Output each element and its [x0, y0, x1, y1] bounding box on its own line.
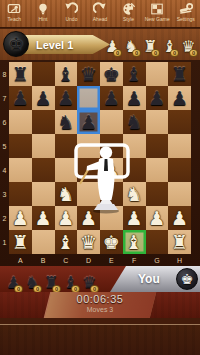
style-label: Style: [123, 16, 134, 23]
piece-black-pawn: ♟: [171, 89, 188, 108]
rank-label-2: 2: [0, 206, 9, 230]
toolbar: Teach Hint Undo Ahead: [0, 0, 200, 27]
file-label-d: D: [77, 254, 100, 266]
square-d1[interactable]: ♛: [77, 230, 100, 254]
captured-white-pieces-tray: ♟0♞0♜0♝0♛0: [103, 31, 198, 59]
square-f4[interactable]: [123, 158, 146, 182]
undo-button[interactable]: Undo: [57, 2, 86, 23]
square-e3[interactable]: [100, 182, 123, 206]
square-c6[interactable]: ♞: [55, 110, 78, 134]
file-label-h: H: [168, 254, 191, 266]
square-b5[interactable]: [32, 134, 55, 158]
hint-button[interactable]: Hint: [29, 2, 58, 23]
piece-black-rook: ♜: [12, 65, 29, 84]
piece-black-pawn: ♟: [12, 89, 29, 108]
captured-count-badge: 0: [170, 49, 179, 57]
square-e4[interactable]: ♟: [100, 158, 123, 182]
piece-black-pawn: ♟: [148, 89, 165, 108]
square-b1[interactable]: [32, 230, 55, 254]
file-label-f: F: [123, 254, 146, 266]
square-b6[interactable]: [32, 110, 55, 134]
square-d8[interactable]: ♛: [77, 62, 100, 86]
square-e5[interactable]: [100, 134, 123, 158]
piece-black-knight: ♞: [126, 113, 143, 132]
rank-label-3: 3: [0, 182, 9, 206]
square-c3[interactable]: ♞: [55, 182, 78, 206]
new-game-icon: [150, 2, 164, 16]
piece-white-rook: ♜: [12, 233, 29, 252]
piece-white-rook: ♜: [171, 233, 188, 252]
piece-black-pawn: ♟: [57, 89, 74, 108]
piece-white-pawn: ♟: [35, 209, 52, 228]
square-d4[interactable]: [77, 158, 100, 182]
style-icon: [122, 2, 136, 16]
square-g8[interactable]: [146, 62, 169, 86]
square-h8[interactable]: ♜: [168, 62, 191, 86]
player-avatar: ♚: [176, 268, 198, 290]
white-king-avatar-icon: ♚: [181, 272, 194, 286]
piece-black-knight: ♞: [57, 113, 74, 132]
square-d7[interactable]: [77, 86, 100, 110]
square-d2[interactable]: ♟: [77, 206, 100, 230]
opponent-avatar: ♚: [3, 31, 29, 57]
square-c5[interactable]: [55, 134, 78, 158]
file-label-g: G: [146, 254, 169, 266]
piece-black-pawn: ♟: [80, 113, 97, 132]
piece-white-pawn: ♟: [171, 209, 188, 228]
square-c2[interactable]: ♟: [55, 206, 78, 230]
square-h4[interactable]: [168, 158, 191, 182]
piece-black-queen: ♛: [80, 65, 97, 84]
rank-label-5: 5: [0, 134, 9, 158]
captured-white-knight: ♞0: [122, 34, 141, 59]
square-e1[interactable]: ♚: [100, 230, 123, 254]
captured-white-queen: ♛0: [179, 34, 198, 59]
rank-label-6: 6: [0, 110, 9, 134]
rank-labels: 87654321: [0, 62, 9, 254]
square-g6[interactable]: [146, 110, 169, 134]
player-bar: ♟0♞0♜0♝0♛0 You ♚: [0, 266, 200, 292]
captured-white-rook: ♜0: [141, 34, 160, 59]
piece-black-bishop: ♝: [126, 65, 143, 84]
chess-board: 87654321 ♜♝♛♚♝♜♟♟♟♟♟♟♟♞♟♞♟♞♞♟♟♟♟♟♟♟♜♝♛♚♝…: [0, 60, 200, 266]
square-f5[interactable]: [123, 134, 146, 158]
square-f7[interactable]: ♟: [123, 86, 146, 110]
captured-white-bishop: ♝0: [160, 34, 179, 59]
square-g5[interactable]: [146, 134, 169, 158]
black-king-avatar-icon: ♚: [8, 36, 23, 53]
square-g4[interactable]: [146, 158, 169, 182]
square-b4[interactable]: [32, 158, 55, 182]
hint-icon: [36, 2, 50, 16]
captured-black-pieces-tray: ♟0♞0♜0♝0♛0: [4, 267, 99, 295]
square-h1[interactable]: ♜: [168, 230, 191, 254]
square-e2[interactable]: [100, 206, 123, 230]
square-f8[interactable]: ♝: [123, 62, 146, 86]
undo-icon: [64, 2, 78, 16]
ahead-icon: [93, 2, 107, 16]
status-bar: 00:06:35 Moves 3: [0, 292, 200, 318]
piece-white-pawn: ♟: [126, 209, 143, 228]
captured-count-badge: 0: [132, 49, 141, 57]
square-d5[interactable]: [77, 134, 100, 158]
square-d3[interactable]: [77, 182, 100, 206]
square-c7[interactable]: ♟: [55, 86, 78, 110]
square-h7[interactable]: ♟: [168, 86, 191, 110]
move-counter: Moves 3: [0, 305, 200, 314]
square-c1[interactable]: ♝: [55, 230, 78, 254]
square-b8[interactable]: [32, 62, 55, 86]
undo-label: Undo: [65, 16, 77, 23]
new-game-button[interactable]: New Game: [143, 2, 172, 23]
style-button[interactable]: Style: [114, 2, 143, 23]
captured-count-badge: 0: [113, 49, 122, 57]
piece-white-queen: ♛: [80, 233, 97, 252]
square-a1[interactable]: ♜: [9, 230, 32, 254]
square-a8[interactable]: ♜: [9, 62, 32, 86]
piece-white-pawn: ♟: [57, 209, 74, 228]
square-a5[interactable]: [9, 134, 32, 158]
new-game-label: New Game: [145, 16, 170, 23]
piece-black-pawn: ♟: [35, 89, 52, 108]
file-labels: ABCDEFGH: [9, 254, 191, 266]
captured-count-badge: 0: [151, 49, 160, 57]
teach-label: Teach: [8, 16, 21, 23]
bottom-wood-panel: [0, 324, 200, 355]
piece-white-bishop: ♝: [126, 233, 143, 252]
square-e6[interactable]: [100, 110, 123, 134]
settings-icon: [179, 2, 193, 16]
square-h2[interactable]: ♟: [168, 206, 191, 230]
piece-black-rook: ♜: [171, 65, 188, 84]
square-a3[interactable]: [9, 182, 32, 206]
square-h3[interactable]: [168, 182, 191, 206]
rank-label-7: 7: [0, 86, 9, 110]
piece-white-knight: ♞: [57, 185, 74, 204]
rank-label-1: 1: [0, 230, 9, 254]
piece-white-knight: ♞: [126, 185, 143, 204]
settings-label: Settings: [177, 16, 195, 23]
opponent-level-label: Level 1: [36, 39, 73, 51]
square-g2[interactable]: ♟: [146, 206, 169, 230]
square-c8[interactable]: ♝: [55, 62, 78, 86]
square-b3[interactable]: [32, 182, 55, 206]
square-b7[interactable]: ♟: [32, 86, 55, 110]
piece-white-king: ♚: [103, 233, 120, 252]
piece-black-pawn: ♟: [126, 89, 143, 108]
captured-count-badge: 0: [189, 49, 198, 57]
board-squares: ♜♝♛♚♝♜♟♟♟♟♟♟♟♞♟♞♟♞♞♟♟♟♟♟♟♟♜♝♛♚♝♜: [9, 62, 191, 254]
square-a7[interactable]: ♟: [9, 86, 32, 110]
square-d6[interactable]: ♟: [77, 110, 100, 134]
square-e8[interactable]: ♚: [100, 62, 123, 86]
teach-icon: [7, 2, 21, 16]
square-g7[interactable]: ♟: [146, 86, 169, 110]
square-b2[interactable]: ♟: [32, 206, 55, 230]
square-a2[interactable]: ♟: [9, 206, 32, 230]
file-label-e: E: [100, 254, 123, 266]
square-a6[interactable]: [9, 110, 32, 134]
file-label-c: C: [55, 254, 78, 266]
piece-white-pawn: ♟: [103, 161, 120, 180]
square-h5[interactable]: [168, 134, 191, 158]
player-name-label: You: [138, 272, 160, 286]
rank-label-8: 8: [0, 62, 9, 86]
game-clock: 00:06:35: [0, 293, 200, 305]
hint-label: Hint: [38, 16, 47, 23]
square-e7[interactable]: ♟: [100, 86, 123, 110]
opponent-bar: Level 1 ♚ ♟0♞0♜0♝0♛0: [0, 29, 200, 60]
rank-label-4: 4: [0, 158, 9, 182]
piece-white-pawn: ♟: [12, 209, 29, 228]
square-a4[interactable]: [9, 158, 32, 182]
piece-black-bishop: ♝: [57, 65, 74, 84]
teach-button[interactable]: Teach: [0, 2, 29, 23]
square-g3[interactable]: [146, 182, 169, 206]
square-f6[interactable]: ♞: [123, 110, 146, 134]
square-g1[interactable]: [146, 230, 169, 254]
piece-black-pawn: ♟: [103, 89, 120, 108]
file-label-b: B: [32, 254, 55, 266]
ahead-button[interactable]: Ahead: [86, 2, 115, 23]
ahead-label: Ahead: [93, 16, 107, 23]
piece-black-king: ♚: [103, 65, 120, 84]
piece-white-pawn: ♟: [148, 209, 165, 228]
piece-white-bishop: ♝: [57, 233, 74, 252]
square-f1[interactable]: ♝: [123, 230, 146, 254]
square-f3[interactable]: ♞: [123, 182, 146, 206]
bottom-divider-line: [0, 324, 200, 325]
square-f2[interactable]: ♟: [123, 206, 146, 230]
square-h6[interactable]: [168, 110, 191, 134]
piece-white-pawn: ♟: [80, 209, 97, 228]
square-c4[interactable]: [55, 158, 78, 182]
file-label-a: A: [9, 254, 32, 266]
settings-button[interactable]: Settings: [171, 2, 200, 23]
